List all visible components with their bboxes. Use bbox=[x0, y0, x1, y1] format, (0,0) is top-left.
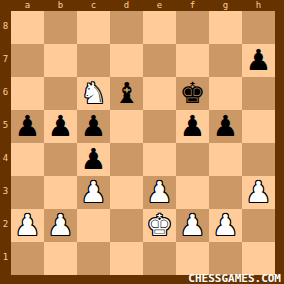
black-king-f6: ♚ bbox=[180, 77, 206, 110]
square-c4: ♟ bbox=[77, 143, 110, 176]
square-g8 bbox=[209, 11, 242, 44]
square-e1 bbox=[143, 242, 176, 275]
square-c1 bbox=[77, 242, 110, 275]
square-h1 bbox=[242, 242, 275, 275]
rank-label-1: 1 bbox=[0, 242, 11, 275]
square-a6 bbox=[11, 77, 44, 110]
rank-label-3: 3 bbox=[0, 176, 11, 209]
board: ♟♞♝♚♟♟♟♟♟♟♟♟♟♟♟♚♟♟ bbox=[11, 11, 275, 275]
square-c2 bbox=[77, 209, 110, 242]
site-watermark: CHESSGAMES.COM bbox=[188, 274, 281, 284]
file-label-h: h bbox=[242, 0, 275, 11]
file-label-e: e bbox=[143, 0, 176, 11]
square-h4 bbox=[242, 143, 275, 176]
square-a2: ♟ bbox=[11, 209, 44, 242]
square-f6: ♚ bbox=[176, 77, 209, 110]
square-a3 bbox=[11, 176, 44, 209]
square-h8 bbox=[242, 11, 275, 44]
square-d4 bbox=[110, 143, 143, 176]
file-label-f: f bbox=[176, 0, 209, 11]
square-d7 bbox=[110, 44, 143, 77]
white-pawn-c3: ♟ bbox=[81, 176, 107, 209]
black-pawn-c4: ♟ bbox=[81, 143, 107, 176]
square-b6 bbox=[44, 77, 77, 110]
square-f7 bbox=[176, 44, 209, 77]
square-c6: ♞ bbox=[77, 77, 110, 110]
square-b2: ♟ bbox=[44, 209, 77, 242]
square-f5: ♟ bbox=[176, 110, 209, 143]
square-d2 bbox=[110, 209, 143, 242]
file-label-c: c bbox=[77, 0, 110, 11]
file-labels: abcdefgh bbox=[11, 0, 275, 11]
square-b4 bbox=[44, 143, 77, 176]
square-g3 bbox=[209, 176, 242, 209]
square-d8 bbox=[110, 11, 143, 44]
square-a4 bbox=[11, 143, 44, 176]
white-pawn-b2: ♟ bbox=[48, 209, 74, 242]
square-c5: ♟ bbox=[77, 110, 110, 143]
square-a8 bbox=[11, 11, 44, 44]
chess-diagram: abcdefgh 87654321 ♟♞♝♚♟♟♟♟♟♟♟♟♟♟♟♚♟♟ CHE… bbox=[0, 0, 284, 284]
square-e7 bbox=[143, 44, 176, 77]
square-f3 bbox=[176, 176, 209, 209]
square-a1 bbox=[11, 242, 44, 275]
square-h3: ♟ bbox=[242, 176, 275, 209]
square-e8 bbox=[143, 11, 176, 44]
file-label-a: a bbox=[11, 0, 44, 11]
file-label-b: b bbox=[44, 0, 77, 11]
square-h2 bbox=[242, 209, 275, 242]
white-pawn-e3: ♟ bbox=[147, 176, 173, 209]
rank-label-8: 8 bbox=[0, 11, 11, 44]
square-c3: ♟ bbox=[77, 176, 110, 209]
rank-labels: 87654321 bbox=[0, 11, 11, 275]
file-label-d: d bbox=[110, 0, 143, 11]
rank-label-7: 7 bbox=[0, 44, 11, 77]
black-pawn-h7: ♟ bbox=[246, 44, 272, 77]
white-pawn-g2: ♟ bbox=[213, 209, 239, 242]
square-a7 bbox=[11, 44, 44, 77]
square-f4 bbox=[176, 143, 209, 176]
square-d6: ♝ bbox=[110, 77, 143, 110]
rank-label-4: 4 bbox=[0, 143, 11, 176]
square-c7 bbox=[77, 44, 110, 77]
square-g1 bbox=[209, 242, 242, 275]
black-pawn-a5: ♟ bbox=[15, 110, 41, 143]
square-g2: ♟ bbox=[209, 209, 242, 242]
square-e2: ♚ bbox=[143, 209, 176, 242]
square-d5 bbox=[110, 110, 143, 143]
square-e3: ♟ bbox=[143, 176, 176, 209]
rank-label-6: 6 bbox=[0, 77, 11, 110]
square-g6 bbox=[209, 77, 242, 110]
square-e6 bbox=[143, 77, 176, 110]
rank-label-5: 5 bbox=[0, 110, 11, 143]
square-b8 bbox=[44, 11, 77, 44]
square-f2: ♟ bbox=[176, 209, 209, 242]
square-e5 bbox=[143, 110, 176, 143]
black-pawn-c5: ♟ bbox=[81, 110, 107, 143]
black-pawn-g5: ♟ bbox=[213, 110, 239, 143]
square-e4 bbox=[143, 143, 176, 176]
square-h7: ♟ bbox=[242, 44, 275, 77]
square-c8 bbox=[77, 11, 110, 44]
square-f8 bbox=[176, 11, 209, 44]
black-bishop-d6: ♝ bbox=[114, 77, 140, 110]
square-b1 bbox=[44, 242, 77, 275]
file-label-g: g bbox=[209, 0, 242, 11]
white-knight-c6: ♞ bbox=[81, 77, 107, 110]
square-b5: ♟ bbox=[44, 110, 77, 143]
black-pawn-f5: ♟ bbox=[180, 110, 206, 143]
rank-label-2: 2 bbox=[0, 209, 11, 242]
black-pawn-b5: ♟ bbox=[48, 110, 74, 143]
square-h5 bbox=[242, 110, 275, 143]
white-pawn-a2: ♟ bbox=[15, 209, 41, 242]
square-d3 bbox=[110, 176, 143, 209]
square-g7 bbox=[209, 44, 242, 77]
square-g4 bbox=[209, 143, 242, 176]
square-h6 bbox=[242, 77, 275, 110]
square-d1 bbox=[110, 242, 143, 275]
square-b7 bbox=[44, 44, 77, 77]
square-a5: ♟ bbox=[11, 110, 44, 143]
square-g5: ♟ bbox=[209, 110, 242, 143]
square-f1 bbox=[176, 242, 209, 275]
white-king-e2: ♚ bbox=[147, 209, 173, 242]
square-b3 bbox=[44, 176, 77, 209]
white-pawn-h3: ♟ bbox=[246, 176, 272, 209]
white-pawn-f2: ♟ bbox=[180, 209, 206, 242]
